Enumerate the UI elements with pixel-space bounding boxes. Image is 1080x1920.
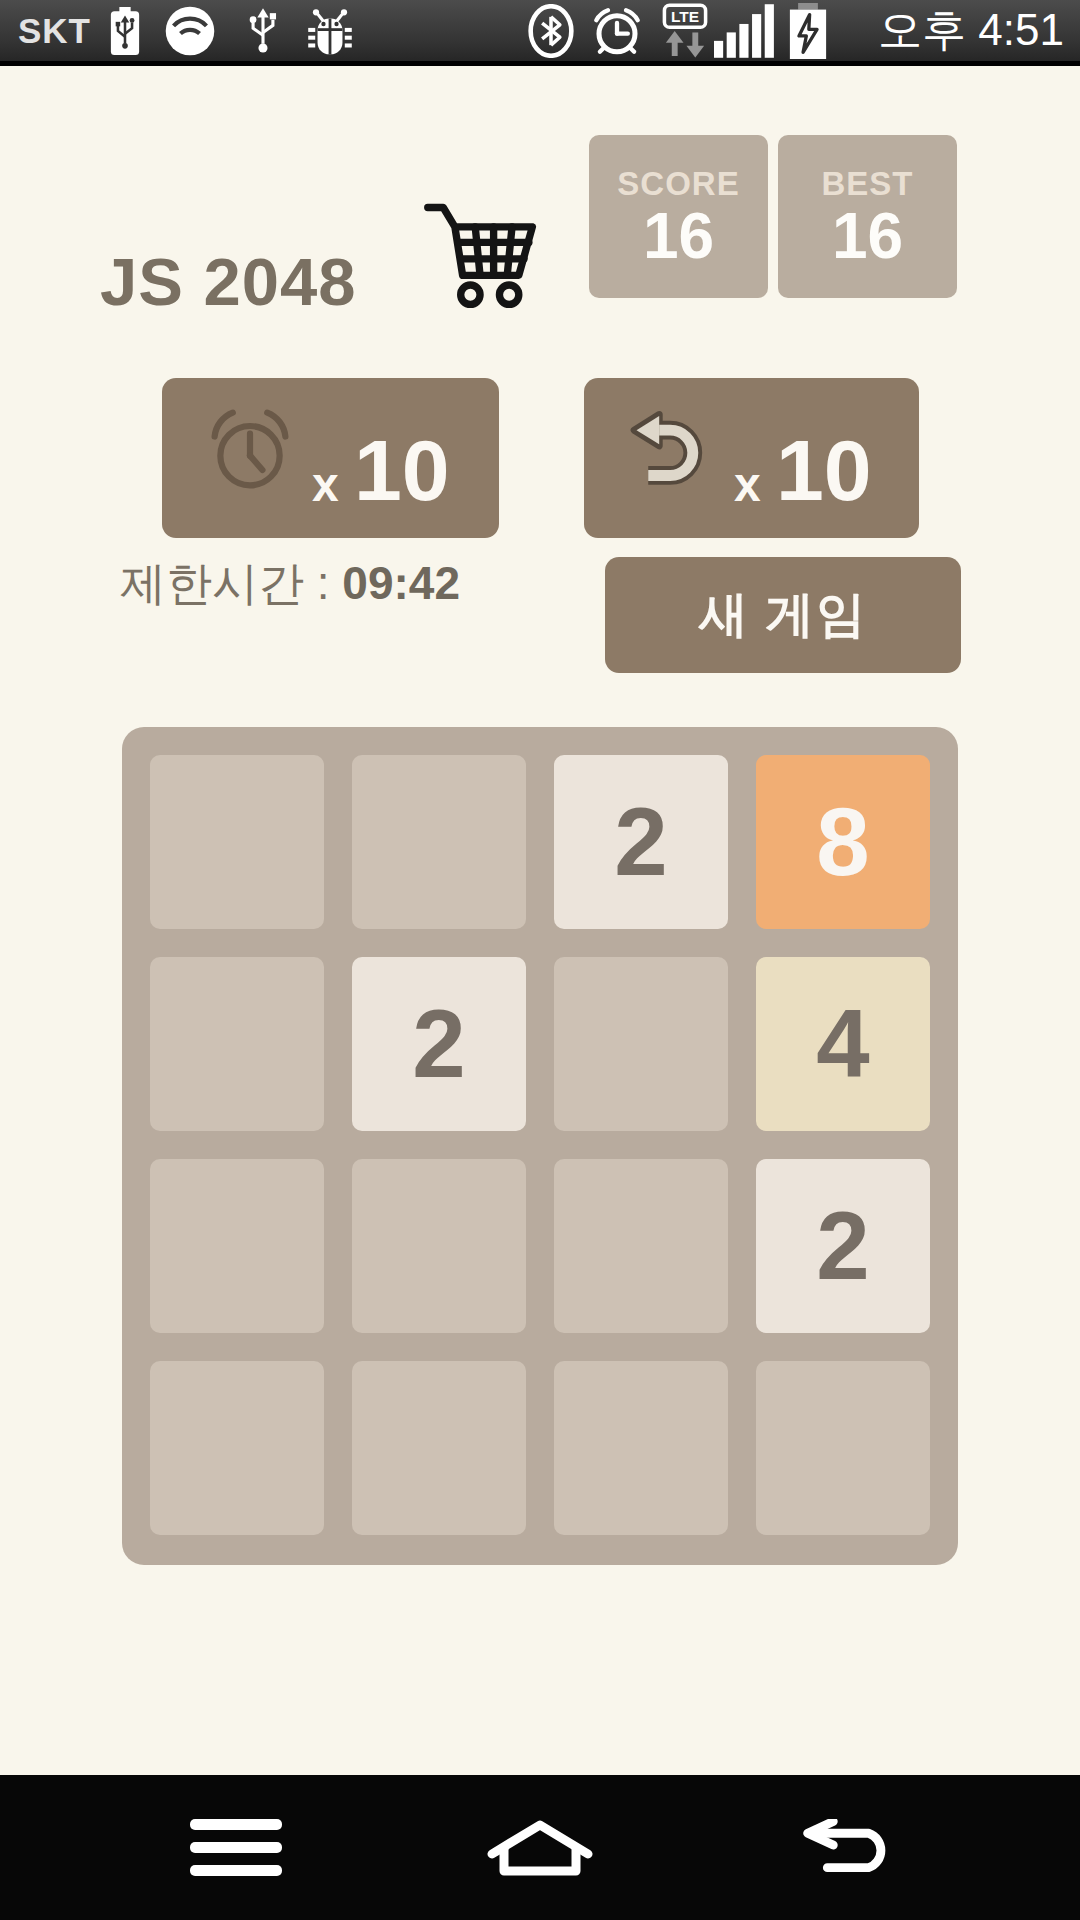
signal-strength-icon	[714, 0, 776, 61]
empty-cell	[150, 755, 324, 929]
tile-8: 8	[756, 755, 930, 929]
new-game-button[interactable]: 새 게임	[605, 557, 961, 673]
wifi-icon	[164, 0, 216, 61]
undo-multiplier-x: x	[734, 457, 761, 512]
tile-2: 2	[756, 1159, 930, 1333]
empty-cell	[554, 957, 728, 1131]
score-box: SCORE 16	[589, 135, 768, 298]
empty-cell	[554, 1159, 728, 1333]
best-label: BEST	[821, 165, 913, 203]
shopping-cart-icon[interactable]	[420, 193, 544, 315]
score-label: SCORE	[617, 165, 739, 203]
timer-item-button[interactable]: x 10	[162, 378, 499, 538]
time-limit-label: 제한시간 :	[120, 557, 342, 609]
app-title: JS 2048	[100, 243, 440, 320]
phone-screen: SKT	[0, 0, 1080, 1920]
status-bar: SKT	[0, 0, 1080, 66]
battery-charging-icon	[786, 0, 830, 61]
empty-cell	[756, 1361, 930, 1535]
home-icon[interactable]	[475, 1775, 605, 1920]
usb-storage-icon	[108, 0, 142, 61]
empty-cell	[554, 1361, 728, 1535]
board-grid[interactable]: 28242	[122, 727, 958, 1565]
empty-cell	[150, 1361, 324, 1535]
best-value: 16	[832, 203, 903, 270]
undo-count: 10	[776, 421, 872, 520]
bluetooth-icon	[528, 0, 574, 61]
score-value: 16	[643, 203, 714, 270]
empty-cell	[352, 1361, 526, 1535]
undo-item-button[interactable]: x 10	[584, 378, 919, 538]
back-icon[interactable]	[782, 1775, 912, 1920]
time-limit-text: 제한시간 : 09:42	[120, 553, 460, 615]
empty-cell	[150, 1159, 324, 1333]
time-limit-value: 09:42	[342, 557, 460, 609]
lte-data-icon: LTE	[660, 0, 710, 61]
tile-2: 2	[352, 957, 526, 1131]
usb-debug-bug-icon	[302, 0, 358, 61]
timer-multiplier-x: x	[312, 457, 339, 512]
tile-2: 2	[554, 755, 728, 929]
tile-4: 4	[756, 957, 930, 1131]
carrier-label: SKT	[18, 0, 91, 61]
undo-arrow-icon	[620, 402, 714, 488]
timer-count: 10	[354, 421, 450, 520]
best-box: BEST 16	[778, 135, 957, 298]
empty-cell	[150, 957, 324, 1131]
empty-cell	[352, 755, 526, 929]
svg-text:LTE: LTE	[671, 8, 699, 25]
menu-icon[interactable]	[176, 1775, 296, 1920]
clock-time-label: 오후 4:51	[878, 0, 1064, 61]
alarm-icon	[590, 0, 644, 61]
usb-icon	[246, 0, 280, 61]
navigation-bar	[0, 1775, 1080, 1920]
empty-cell	[352, 1159, 526, 1333]
alarm-clock-icon	[200, 404, 300, 492]
